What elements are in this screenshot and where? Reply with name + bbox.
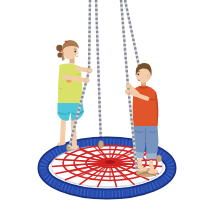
girl-nose xyxy=(76,52,78,54)
boy-right-cuff xyxy=(146,153,156,159)
girl-lower-hand xyxy=(85,78,90,83)
girl-pigtail-upper xyxy=(56,45,62,51)
lashing-back-left xyxy=(98,141,103,149)
boy-eye xyxy=(137,73,139,75)
boy-ear xyxy=(147,74,150,77)
girl-hair-tie xyxy=(59,50,62,53)
photo-canvas: Two children standing on a round nest sw… xyxy=(0,0,200,200)
girl-upper-hand xyxy=(88,68,93,73)
boy-right-shin xyxy=(151,162,152,170)
web-hub-center xyxy=(105,160,115,164)
nest-swing-product-photo: Two children standing on a round nest sw… xyxy=(0,0,200,200)
boy-left-shin xyxy=(140,160,141,168)
lashing-back-right xyxy=(156,155,161,162)
boy-lower-hand xyxy=(125,90,130,95)
girl-eye xyxy=(74,51,76,53)
girl-left-leg xyxy=(63,118,64,141)
girl-mouth xyxy=(77,56,79,57)
boy-upper-hand xyxy=(126,84,131,89)
